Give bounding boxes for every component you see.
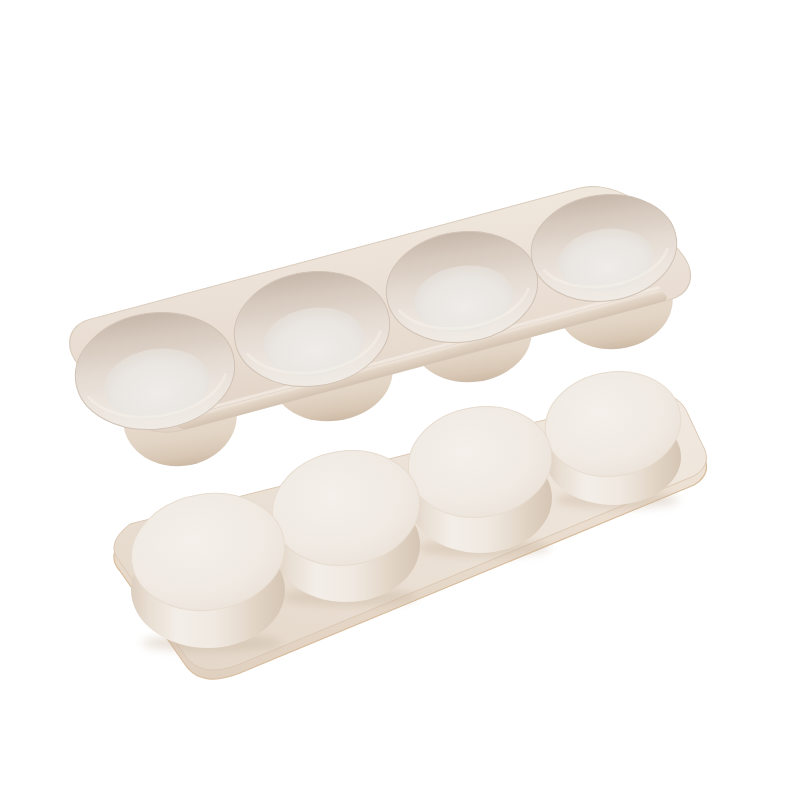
product-photo [0, 0, 800, 800]
mold-product-illustration [0, 0, 800, 800]
